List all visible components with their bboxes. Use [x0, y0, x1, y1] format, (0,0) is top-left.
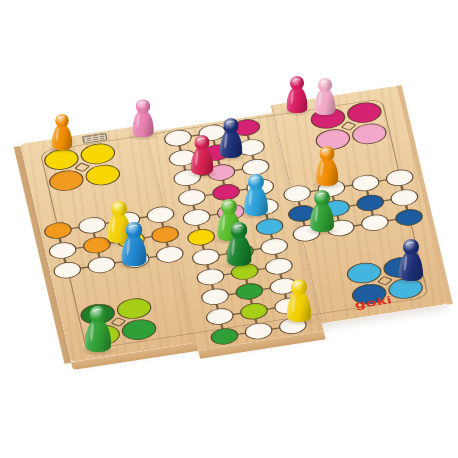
- pawn-yellow[interactable]: [287, 279, 311, 322]
- pawn-orange[interactable]: [316, 146, 339, 186]
- pawn-navy[interactable]: [399, 239, 423, 281]
- board-field-O[interactable]: [42, 221, 73, 241]
- board-field-white[interactable]: [259, 236, 290, 256]
- home-field-yellow[interactable]: [47, 168, 86, 193]
- pawn-head: [194, 135, 209, 150]
- board-field-white[interactable]: [384, 168, 415, 188]
- pawn-head: [291, 279, 307, 295]
- board-field-white[interactable]: [190, 247, 221, 267]
- pawn-head: [136, 99, 150, 113]
- pawn-body: [286, 87, 307, 113]
- pawn-body: [287, 291, 311, 322]
- pawn-pink[interactable]: [132, 99, 154, 137]
- pawn-head: [318, 78, 332, 92]
- photo-stage: goki: [0, 0, 458, 458]
- board-field-white[interactable]: [181, 207, 212, 227]
- board-field-white[interactable]: [359, 213, 390, 233]
- board-field-white[interactable]: [52, 260, 83, 280]
- pawn-head: [55, 114, 69, 128]
- pawn-green[interactable]: [310, 190, 334, 232]
- home-field-yellow[interactable]: [78, 141, 117, 166]
- pawn-body: [314, 89, 335, 115]
- board-field-white[interactable]: [154, 244, 185, 264]
- pawn-body: [121, 235, 146, 267]
- pawn-raspberry[interactable]: [191, 135, 214, 175]
- board-field-white[interactable]: [263, 256, 294, 276]
- board-field-O[interactable]: [150, 225, 181, 245]
- board-field-white[interactable]: [86, 255, 117, 275]
- pawn-head: [319, 146, 334, 161]
- pawn-navy[interactable]: [220, 118, 243, 158]
- pawn-body: [244, 186, 268, 216]
- pawn-head: [290, 76, 304, 90]
- pawn-orange[interactable]: [52, 114, 73, 150]
- pawn-body: [52, 124, 73, 150]
- pawn-sky-blue[interactable]: [244, 174, 268, 216]
- pawn-head: [221, 199, 237, 215]
- board-field-white[interactable]: [389, 188, 420, 208]
- board-field-L[interactable]: [238, 301, 269, 321]
- pawn-body: [85, 319, 111, 352]
- pawn-body: [220, 130, 243, 159]
- pawn-body: [316, 158, 339, 187]
- board-field-white[interactable]: [47, 240, 78, 260]
- pawn-green[interactable]: [85, 306, 111, 352]
- board-field-N[interactable]: [393, 207, 424, 227]
- home-field-green[interactable]: [115, 296, 154, 321]
- board-field-G[interactable]: [234, 281, 265, 301]
- pawn-body: [399, 251, 423, 281]
- board-field-white[interactable]: [162, 128, 193, 148]
- pawn-body: [310, 202, 334, 232]
- pawn-head: [231, 222, 248, 239]
- pawn-dark-green[interactable]: [226, 222, 251, 266]
- board-field-N[interactable]: [355, 193, 386, 213]
- pawn-head: [248, 174, 264, 190]
- pawn-royal-blue[interactable]: [121, 222, 146, 266]
- pawn-light-pink[interactable]: [314, 78, 335, 115]
- home-field-pink[interactable]: [345, 100, 384, 125]
- board-field-white[interactable]: [145, 205, 176, 225]
- pawn-body: [226, 235, 251, 267]
- board-field-white[interactable]: [350, 173, 381, 193]
- pawn-head: [126, 222, 143, 239]
- pawn-head: [314, 190, 330, 206]
- pawn-body: [191, 147, 214, 176]
- pawn-head: [89, 306, 107, 324]
- pawn-head: [111, 201, 127, 217]
- pawn-head: [223, 118, 238, 133]
- pawn-magenta[interactable]: [286, 76, 307, 113]
- pawn-head: [403, 239, 419, 255]
- board-field-white[interactable]: [282, 184, 313, 204]
- pawn-body: [132, 110, 154, 137]
- board-field-white[interactable]: [200, 287, 231, 307]
- board-field-white[interactable]: [176, 188, 207, 208]
- board-field-white[interactable]: [77, 215, 108, 235]
- board-field-white[interactable]: [204, 307, 235, 327]
